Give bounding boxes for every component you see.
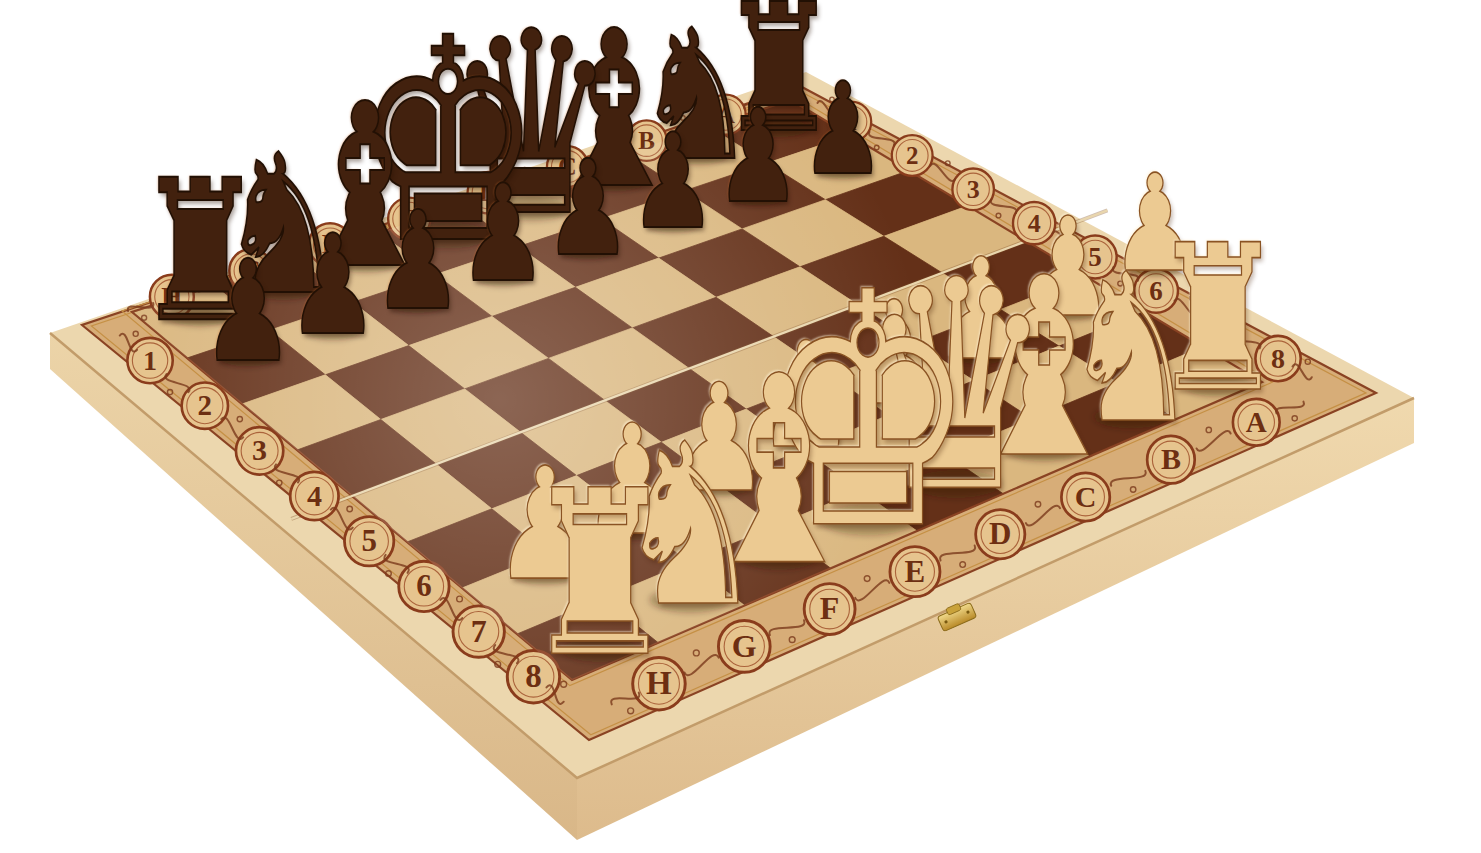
file-label-near-right-5: E xyxy=(905,554,926,589)
rank-label-far-right-3: 3 xyxy=(967,175,980,204)
rank-label-near-left-5: 5 xyxy=(361,523,377,558)
rank-label-near-left-8: 8 xyxy=(525,658,542,694)
file-label-near-right-8: H xyxy=(646,665,672,701)
rank-label-far-right-4: 4 xyxy=(1028,209,1041,238)
rank-label-near-left-4: 4 xyxy=(307,479,322,512)
rank-label-far-right-1: 1 xyxy=(845,108,858,135)
rank-label-far-right-6: 6 xyxy=(1149,276,1163,306)
rank-label-near-left-3: 3 xyxy=(252,433,267,466)
rank-label-near-left-7: 7 xyxy=(471,613,487,649)
file-label-near-right-3: C xyxy=(1075,480,1097,513)
chess-set-photo: 1234567812345678ABCDEFGHABCDEFGH ♜♞♟♝♟♛♟… xyxy=(0,0,1481,853)
chess-board: 1234567812345678ABCDEFGHABCDEFGH xyxy=(0,0,1481,853)
rank-label-far-right-8: 8 xyxy=(1271,343,1285,374)
rank-label-far-right-7: 7 xyxy=(1210,309,1224,340)
rank-label-far-right-5: 5 xyxy=(1088,242,1102,272)
file-label-near-right-7: G xyxy=(732,628,757,664)
file-label-near-right-4: D xyxy=(989,516,1011,551)
rank-label-near-left-6: 6 xyxy=(416,568,432,603)
file-label-near-right-6: F xyxy=(820,590,840,626)
rank-label-near-left-1: 1 xyxy=(143,345,157,376)
rank-label-far-right-2: 2 xyxy=(906,142,919,169)
file-label-near-right-1: A xyxy=(1246,406,1267,438)
rank-label-near-left-2: 2 xyxy=(198,389,213,421)
file-label-near-right-2: B xyxy=(1161,442,1181,475)
